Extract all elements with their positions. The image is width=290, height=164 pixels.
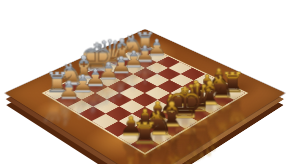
pawn-glyph: ♟ [28,79,109,103]
chess-board: ♜♜♞♞♝♝♛♛♚♚♝♝♞♞♜♜♟♟♟♟♟♟♟♟♟♟♟♟♟♟♟♟♟♟♟♟♟♟♟♟… [5,30,285,164]
rook-glyph: ♜ [101,118,190,148]
board-burl-frame: ♜♜♞♞♝♝♛♛♚♚♝♝♞♞♜♜♟♟♟♟♟♟♟♟♟♟♟♟♟♟♟♟♟♟♟♟♟♟♟♟… [5,30,285,164]
chess-set-product-photo: ♜♜♞♞♝♝♛♛♚♚♝♝♞♞♜♜♟♟♟♟♟♟♟♟♟♟♟♟♟♟♟♟♟♟♟♟♟♟♟♟… [0,0,290,164]
